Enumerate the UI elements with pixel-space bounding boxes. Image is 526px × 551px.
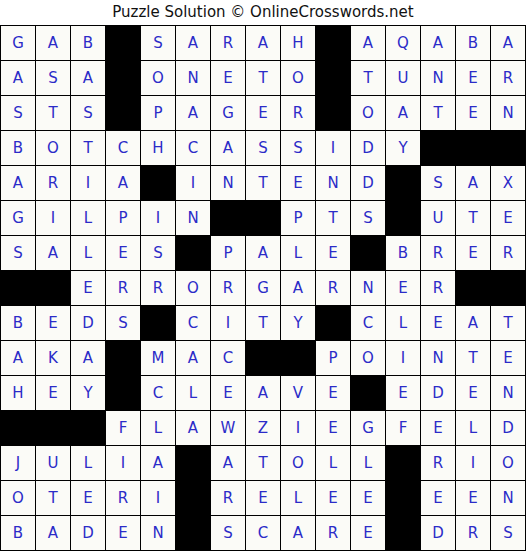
letter-cell-r3c7: G	[211, 96, 245, 130]
letter-cell-r9c14: A	[456, 306, 490, 340]
letter-cell-r13c10: L	[316, 446, 350, 480]
letter-cell-r14c11: E	[351, 481, 385, 515]
letter-cell-r13c14: I	[456, 446, 490, 480]
letter-cell-r11c12: E	[386, 376, 420, 410]
letter-cell-r1c15: A	[491, 26, 525, 60]
letter-cell-r10c15: E	[491, 341, 525, 375]
letter-cell-r14c8: E	[246, 481, 280, 515]
letter-cell-r12c13: E	[421, 411, 455, 445]
black-cell-r8c14	[456, 271, 490, 305]
letter-cell-r15c14: R	[456, 516, 490, 550]
letter-cell-r15c13: D	[421, 516, 455, 550]
crossword-grid: GABSARAHAQABAASAONETOTUNERSTSPAGEROATENB…	[0, 25, 526, 551]
letter-cell-r13c15: O	[491, 446, 525, 480]
letter-cell-r11c9: V	[281, 376, 315, 410]
letter-cell-r2c14: E	[456, 61, 490, 95]
letter-cell-r8c6: O	[176, 271, 210, 305]
black-cell-r13c6	[176, 446, 210, 480]
letter-cell-r7c12: B	[386, 236, 420, 270]
letter-cell-r5c10: N	[316, 166, 350, 200]
letter-cell-r5c13: S	[421, 166, 455, 200]
letter-cell-r15c15: S	[491, 516, 525, 550]
letter-cell-r12c6: A	[176, 411, 210, 445]
letter-cell-r10c11: O	[351, 341, 385, 375]
letter-cell-r3c2: T	[36, 96, 70, 130]
letter-cell-r1c6: A	[176, 26, 210, 60]
letter-cell-r13c5: A	[141, 446, 175, 480]
letter-cell-r15c4: E	[106, 516, 140, 550]
letter-cell-r8c9: A	[281, 271, 315, 305]
letter-cell-r13c8: T	[246, 446, 280, 480]
letter-cell-r3c14: E	[456, 96, 490, 130]
black-cell-r2c10	[316, 61, 350, 95]
black-cell-r14c6	[176, 481, 210, 515]
letter-cell-r3c15: N	[491, 96, 525, 130]
letter-cell-r11c5: C	[141, 376, 175, 410]
letter-cell-r12c9: I	[281, 411, 315, 445]
letter-cell-r14c3: E	[71, 481, 105, 515]
puzzle-solution-page: Puzzle Solution © OnlineCrosswords.net G…	[0, 0, 526, 551]
letter-cell-r7c10: E	[316, 236, 350, 270]
letter-cell-r5c15: X	[491, 166, 525, 200]
black-cell-r5c12	[386, 166, 420, 200]
letter-cell-r15c5: N	[141, 516, 175, 550]
letter-cell-r10c10: P	[316, 341, 350, 375]
letter-cell-r2c11: T	[351, 61, 385, 95]
letter-cell-r6c2: I	[36, 201, 70, 235]
letter-cell-r4c6: C	[176, 131, 210, 165]
letter-cell-r11c6: L	[176, 376, 210, 410]
letter-cell-r11c7: E	[211, 376, 245, 410]
letter-cell-r12c8: Z	[246, 411, 280, 445]
letter-cell-r13c1: J	[1, 446, 35, 480]
black-cell-r3c10	[316, 96, 350, 130]
letter-cell-r10c5: M	[141, 341, 175, 375]
letter-cell-r8c5: R	[141, 271, 175, 305]
letter-cell-r9c8: T	[246, 306, 280, 340]
letter-cell-r13c4: I	[106, 446, 140, 480]
black-cell-r1c4	[106, 26, 140, 60]
letter-cell-r4c5: H	[141, 131, 175, 165]
letter-cell-r5c9: E	[281, 166, 315, 200]
letter-cell-r14c15: N	[491, 481, 525, 515]
letter-cell-r5c4: A	[106, 166, 140, 200]
letter-cell-r5c7: N	[211, 166, 245, 200]
letter-cell-r1c9: H	[281, 26, 315, 60]
letter-cell-r5c1: A	[1, 166, 35, 200]
letter-cell-r14c1: O	[1, 481, 35, 515]
letter-cell-r15c9: A	[281, 516, 315, 550]
letter-cell-r10c7: C	[211, 341, 245, 375]
letter-cell-r2c5: O	[141, 61, 175, 95]
letter-cell-r12c15: D	[491, 411, 525, 445]
black-cell-r5c5	[141, 166, 175, 200]
letter-cell-r10c3: A	[71, 341, 105, 375]
letter-cell-r11c13: D	[421, 376, 455, 410]
letter-cell-r4c2: O	[36, 131, 70, 165]
letter-cell-r5c8: T	[246, 166, 280, 200]
black-cell-r12c3	[71, 411, 105, 445]
letter-cell-r13c9: O	[281, 446, 315, 480]
letter-cell-r1c11: A	[351, 26, 385, 60]
letter-cell-r7c9: L	[281, 236, 315, 270]
letter-cell-r9c11: C	[351, 306, 385, 340]
letter-cell-r5c6: I	[176, 166, 210, 200]
letter-cell-r7c3: L	[71, 236, 105, 270]
letter-cell-r2c9: O	[281, 61, 315, 95]
letter-cell-r8c4: R	[106, 271, 140, 305]
letter-cell-r10c14: T	[456, 341, 490, 375]
letter-cell-r15c3: D	[71, 516, 105, 550]
letter-cell-r3c1: S	[1, 96, 35, 130]
letter-cell-r14c2: T	[36, 481, 70, 515]
letter-cell-r9c9: Y	[281, 306, 315, 340]
letter-cell-r6c13: U	[421, 201, 455, 235]
letter-cell-r7c7: P	[211, 236, 245, 270]
letter-cell-r15c1: B	[1, 516, 35, 550]
black-cell-r12c2	[36, 411, 70, 445]
letter-cell-r2c2: S	[36, 61, 70, 95]
letter-cell-r11c8: A	[246, 376, 280, 410]
letter-cell-r1c3: B	[71, 26, 105, 60]
letter-cell-r10c6: A	[176, 341, 210, 375]
letter-cell-r1c8: A	[246, 26, 280, 60]
letter-cell-r6c10: T	[316, 201, 350, 235]
letter-cell-r4c4: C	[106, 131, 140, 165]
letter-cell-r8c10: R	[316, 271, 350, 305]
letter-cell-r3c9: R	[281, 96, 315, 130]
letter-cell-r3c11: O	[351, 96, 385, 130]
black-cell-r6c7	[211, 201, 245, 235]
black-cell-r1c10	[316, 26, 350, 60]
letter-cell-r8c7: R	[211, 271, 245, 305]
letter-cell-r1c12: Q	[386, 26, 420, 60]
black-cell-r10c9	[281, 341, 315, 375]
letter-cell-r7c4: E	[106, 236, 140, 270]
letter-cell-r6c9: P	[281, 201, 315, 235]
letter-cell-r4c3: T	[71, 131, 105, 165]
letter-cell-r6c6: N	[176, 201, 210, 235]
letter-cell-r10c12: I	[386, 341, 420, 375]
letter-cell-r1c13: A	[421, 26, 455, 60]
letter-cell-r9c7: I	[211, 306, 245, 340]
letter-cell-r12c14: L	[456, 411, 490, 445]
letter-cell-r13c13: R	[421, 446, 455, 480]
letter-cell-r1c2: A	[36, 26, 70, 60]
black-cell-r7c11	[351, 236, 385, 270]
black-cell-r11c4	[106, 376, 140, 410]
letter-cell-r7c5: S	[141, 236, 175, 270]
letter-cell-r9c15: T	[491, 306, 525, 340]
letter-cell-r11c14: E	[456, 376, 490, 410]
black-cell-r8c15	[491, 271, 525, 305]
letter-cell-r14c4: R	[106, 481, 140, 515]
letter-cell-r13c11: L	[351, 446, 385, 480]
black-cell-r7c6	[176, 236, 210, 270]
letter-cell-r5c3: I	[71, 166, 105, 200]
letter-cell-r7c2: A	[36, 236, 70, 270]
letter-cell-r10c2: K	[36, 341, 70, 375]
letter-cell-r1c5: S	[141, 26, 175, 60]
letter-cell-r3c8: E	[246, 96, 280, 130]
black-cell-r14c12	[386, 481, 420, 515]
letter-cell-r13c7: A	[211, 446, 245, 480]
letter-cell-r9c12: L	[386, 306, 420, 340]
black-cell-r10c4	[106, 341, 140, 375]
black-cell-r6c12	[386, 201, 420, 235]
black-cell-r10c8	[246, 341, 280, 375]
letter-cell-r12c10: E	[316, 411, 350, 445]
letter-cell-r6c3: L	[71, 201, 105, 235]
page-title: Puzzle Solution © OnlineCrosswords.net	[0, 0, 526, 25]
letter-cell-r15c10: R	[316, 516, 350, 550]
letter-cell-r11c1: H	[1, 376, 35, 410]
letter-cell-r11c10: E	[316, 376, 350, 410]
letter-cell-r4c11: D	[351, 131, 385, 165]
letter-cell-r1c7: R	[211, 26, 245, 60]
letter-cell-r8c12: E	[386, 271, 420, 305]
letter-cell-r14c10: E	[316, 481, 350, 515]
letter-cell-r9c13: E	[421, 306, 455, 340]
letter-cell-r2c6: N	[176, 61, 210, 95]
letter-cell-r8c8: G	[246, 271, 280, 305]
letter-cell-r12c11: G	[351, 411, 385, 445]
letter-cell-r4c1: B	[1, 131, 35, 165]
letter-cell-r12c4: F	[106, 411, 140, 445]
letter-cell-r6c15: E	[491, 201, 525, 235]
letter-cell-r2c8: T	[246, 61, 280, 95]
letter-cell-r10c1: A	[1, 341, 35, 375]
black-cell-r3c4	[106, 96, 140, 130]
black-cell-r11c11	[351, 376, 385, 410]
letter-cell-r11c2: E	[36, 376, 70, 410]
letter-cell-r9c3: D	[71, 306, 105, 340]
black-cell-r6c8	[246, 201, 280, 235]
letter-cell-r3c3: S	[71, 96, 105, 130]
letter-cell-r9c1: B	[1, 306, 35, 340]
black-cell-r15c12	[386, 516, 420, 550]
black-cell-r9c10	[316, 306, 350, 340]
letter-cell-r3c13: T	[421, 96, 455, 130]
letter-cell-r3c6: A	[176, 96, 210, 130]
black-cell-r13c12	[386, 446, 420, 480]
letter-cell-r4c7: A	[211, 131, 245, 165]
letter-cell-r5c11: D	[351, 166, 385, 200]
black-cell-r8c1	[1, 271, 35, 305]
letter-cell-r6c14: T	[456, 201, 490, 235]
letter-cell-r10c13: N	[421, 341, 455, 375]
letter-cell-r5c2: R	[36, 166, 70, 200]
black-cell-r4c13	[421, 131, 455, 165]
letter-cell-r9c6: C	[176, 306, 210, 340]
letter-cell-r11c15: N	[491, 376, 525, 410]
letter-cell-r2c1: A	[1, 61, 35, 95]
letter-cell-r2c3: A	[71, 61, 105, 95]
letter-cell-r12c12: F	[386, 411, 420, 445]
letter-cell-r12c7: W	[211, 411, 245, 445]
letter-cell-r6c5: I	[141, 201, 175, 235]
letter-cell-r4c10: I	[316, 131, 350, 165]
letter-cell-r8c13: R	[421, 271, 455, 305]
letter-cell-r7c13: R	[421, 236, 455, 270]
letter-cell-r6c11: S	[351, 201, 385, 235]
letter-cell-r4c9: S	[281, 131, 315, 165]
black-cell-r4c15	[491, 131, 525, 165]
letter-cell-r15c7: S	[211, 516, 245, 550]
letter-cell-r8c11: N	[351, 271, 385, 305]
letter-cell-r4c12: Y	[386, 131, 420, 165]
letter-cell-r14c13: E	[421, 481, 455, 515]
letter-cell-r3c5: P	[141, 96, 175, 130]
letter-cell-r2c15: R	[491, 61, 525, 95]
letter-cell-r5c14: A	[456, 166, 490, 200]
black-cell-r12c1	[1, 411, 35, 445]
letter-cell-r13c2: U	[36, 446, 70, 480]
letter-cell-r7c14: E	[456, 236, 490, 270]
letter-cell-r15c2: A	[36, 516, 70, 550]
letter-cell-r2c13: N	[421, 61, 455, 95]
letter-cell-r4c8: S	[246, 131, 280, 165]
letter-cell-r14c7: R	[211, 481, 245, 515]
letter-cell-r6c4: P	[106, 201, 140, 235]
black-cell-r9c5	[141, 306, 175, 340]
letter-cell-r2c12: U	[386, 61, 420, 95]
letter-cell-r7c1: S	[1, 236, 35, 270]
letter-cell-r7c8: A	[246, 236, 280, 270]
letter-cell-r3c12: A	[386, 96, 420, 130]
letter-cell-r1c1: G	[1, 26, 35, 60]
letter-cell-r13c3: L	[71, 446, 105, 480]
letter-cell-r7c15: R	[491, 236, 525, 270]
letter-cell-r14c5: I	[141, 481, 175, 515]
black-cell-r8c2	[36, 271, 70, 305]
letter-cell-r9c4: S	[106, 306, 140, 340]
black-cell-r15c6	[176, 516, 210, 550]
letter-cell-r9c2: E	[36, 306, 70, 340]
letter-cell-r1c14: B	[456, 26, 490, 60]
letter-cell-r12c5: L	[141, 411, 175, 445]
letter-cell-r15c11: E	[351, 516, 385, 550]
letter-cell-r14c14: E	[456, 481, 490, 515]
letter-cell-r2c7: E	[211, 61, 245, 95]
letter-cell-r14c9: L	[281, 481, 315, 515]
black-cell-r4c14	[456, 131, 490, 165]
letter-cell-r6c1: G	[1, 201, 35, 235]
black-cell-r2c4	[106, 61, 140, 95]
letter-cell-r11c3: Y	[71, 376, 105, 410]
letter-cell-r15c8: C	[246, 516, 280, 550]
letter-cell-r8c3: E	[71, 271, 105, 305]
